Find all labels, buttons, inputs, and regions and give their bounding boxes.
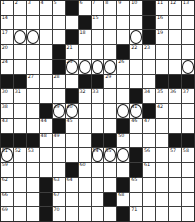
grid-cell[interactable] [169, 60, 181, 74]
grid-cell[interactable] [169, 193, 181, 207]
grid-cell[interactable] [53, 163, 65, 177]
black-cell [182, 134, 194, 148]
clue-number: 42 [157, 105, 163, 110]
grid-cell[interactable]: 33 [92, 89, 104, 103]
grid-cell[interactable]: 44 [40, 119, 52, 133]
grid-cell[interactable]: 58 [182, 148, 194, 162]
grid-cell[interactable] [169, 104, 181, 118]
grid-cell[interactable]: 28 [53, 75, 65, 89]
clue-number: 41 [131, 105, 137, 110]
grid-cell[interactable] [14, 104, 26, 118]
clue-number: 51 [2, 149, 8, 154]
grid-cell[interactable] [156, 119, 168, 133]
clue-number: 31 [15, 90, 21, 95]
grid-cell[interactable] [104, 16, 116, 30]
grid-cell[interactable] [53, 30, 65, 44]
clue-number: 10 [131, 1, 137, 6]
grid-cell[interactable] [156, 178, 168, 192]
grid-cell[interactable] [156, 193, 168, 207]
black-cell [1, 75, 13, 89]
grid-cell[interactable]: 54 [92, 148, 104, 162]
grid-cell[interactable] [130, 60, 142, 74]
black-cell [104, 134, 116, 148]
clue-number: 29 [105, 75, 111, 80]
grid-cell[interactable] [156, 45, 168, 59]
clue-number: 2 [15, 1, 18, 6]
grid-cell[interactable]: 36 [169, 89, 181, 103]
grid-cell[interactable] [182, 104, 194, 118]
clue-number: 49 [54, 134, 60, 139]
grid-cell[interactable]: 20 [1, 45, 13, 59]
grid-cell[interactable] [79, 45, 91, 59]
grid-cell[interactable]: 14 [1, 16, 13, 30]
grid-cell[interactable]: 41 [130, 104, 142, 118]
grid-cell[interactable] [14, 163, 26, 177]
grid-cell[interactable] [130, 134, 142, 148]
grid-cell[interactable] [79, 178, 91, 192]
grid-cell[interactable] [169, 16, 181, 30]
grid-cell[interactable] [66, 148, 78, 162]
grid-cell[interactable] [182, 193, 194, 207]
grid-cell[interactable] [14, 178, 26, 192]
black-cell [66, 89, 78, 103]
grid-cell[interactable] [27, 163, 39, 177]
clue-number: 57 [170, 149, 176, 154]
grid-cell[interactable] [27, 89, 39, 103]
grid-cell[interactable]: 37 [182, 89, 194, 103]
grid-cell[interactable] [156, 60, 168, 74]
clue-number: 63 [54, 178, 60, 183]
grid-cell[interactable] [182, 163, 194, 177]
clue-number: 17 [2, 31, 8, 36]
black-cell [143, 16, 155, 30]
grid-cell[interactable] [92, 104, 104, 118]
grid-cell[interactable]: 68 [117, 193, 129, 207]
grid-cell[interactable] [27, 207, 39, 221]
grid-cell[interactable] [66, 193, 78, 207]
clue-number: 22 [131, 46, 137, 51]
grid-cell[interactable] [156, 207, 168, 221]
grid-cell[interactable] [169, 30, 181, 44]
clue-number: 61 [144, 163, 150, 168]
clue-number: 19 [157, 31, 163, 36]
grid-cell[interactable]: 29 [104, 75, 116, 89]
grid-cell[interactable] [104, 104, 116, 118]
grid-cell[interactable] [143, 207, 155, 221]
grid-cell[interactable]: 13 [182, 1, 194, 15]
clue-number: 47 [144, 119, 150, 124]
grid-cell[interactable] [40, 89, 52, 103]
grid-cell[interactable]: 52 [14, 148, 26, 162]
grid-cell[interactable] [14, 193, 26, 207]
grid-cell[interactable] [66, 75, 78, 89]
clue-number: 71 [131, 208, 137, 213]
grid-cell[interactable]: 10 [130, 1, 142, 15]
black-cell [53, 60, 65, 74]
grid-cell[interactable] [104, 45, 116, 59]
grid-cell[interactable] [40, 60, 52, 74]
grid-cell[interactable] [92, 193, 104, 207]
grid-cell[interactable] [14, 45, 26, 59]
grid-cell[interactable] [117, 104, 129, 118]
grid-cell[interactable]: 42 [156, 104, 168, 118]
grid-cell[interactable]: 31 [14, 89, 26, 103]
grid-cell[interactable]: 62 [1, 178, 13, 192]
black-cell [66, 1, 78, 15]
black-cell [27, 134, 39, 148]
grid-cell[interactable] [27, 178, 39, 192]
clue-number: 15 [92, 16, 98, 21]
grid-cell[interactable] [117, 30, 129, 44]
black-cell [92, 134, 104, 148]
grid-cell[interactable] [14, 60, 26, 74]
grid-cell[interactable]: 26 [117, 60, 129, 74]
grid-cell[interactable]: 34 [143, 89, 155, 103]
black-cell [117, 45, 129, 59]
grid-cell[interactable]: 8 [104, 1, 116, 15]
grid-cell[interactable] [14, 16, 26, 30]
grid-cell[interactable] [143, 193, 155, 207]
grid-cell[interactable] [130, 75, 142, 89]
grid-cell[interactable] [92, 60, 104, 74]
grid-cell[interactable] [66, 207, 78, 221]
crossword-grid: 1234567891011121314151617181920212223242… [0, 0, 195, 222]
grid-cell[interactable]: 49 [53, 134, 65, 148]
grid-cell[interactable]: 48 [40, 134, 52, 148]
grid-cell[interactable]: 38 [1, 104, 13, 118]
clue-number: 67 [54, 193, 60, 198]
grid-cell[interactable] [27, 119, 39, 133]
grid-cell[interactable] [117, 16, 129, 30]
black-cell [104, 193, 116, 207]
grid-cell[interactable]: 63 [53, 178, 65, 192]
clue-number: 62 [2, 178, 8, 183]
grid-cell[interactable]: 53 [27, 148, 39, 162]
clue-number: 40 [66, 105, 72, 110]
grid-cell[interactable] [27, 16, 39, 30]
clue-number: 39 [54, 105, 60, 110]
grid-cell[interactable]: 50 [117, 134, 129, 148]
grid-cell[interactable] [143, 178, 155, 192]
grid-cell[interactable]: 18 [79, 30, 91, 44]
grid-cell[interactable]: 69 [1, 207, 13, 221]
clue-number: 1 [2, 1, 5, 6]
clue-number: 24 [2, 60, 8, 65]
clue-number: 38 [2, 105, 8, 110]
grid-cell[interactable] [182, 45, 194, 59]
black-cell [14, 75, 26, 89]
clue-number: 4 [41, 1, 44, 6]
clue-number: 64 [66, 178, 72, 183]
clue-number: 6 [79, 1, 82, 6]
black-cell [130, 148, 142, 162]
clue-number: 16 [157, 16, 163, 21]
grid-cell[interactable] [40, 16, 52, 30]
grid-cell[interactable] [92, 178, 104, 192]
grid-cell[interactable]: 35 [156, 89, 168, 103]
black-cell [79, 75, 91, 89]
black-cell [169, 134, 181, 148]
clue-number: 30 [2, 90, 8, 95]
grid-cell[interactable] [79, 60, 91, 74]
circle-marker [117, 148, 129, 162]
grid-cell[interactable] [14, 119, 26, 133]
grid-cell[interactable]: 51 [1, 148, 13, 162]
grid-cell[interactable] [156, 148, 168, 162]
grid-cell[interactable]: 60 [79, 163, 91, 177]
clue-number: 23 [144, 46, 150, 51]
grid-cell[interactable]: 9 [117, 1, 129, 15]
grid-cell[interactable]: 21 [66, 45, 78, 59]
grid-cell[interactable] [130, 16, 142, 30]
clue-number: 12 [170, 1, 176, 6]
grid-cell[interactable] [130, 193, 142, 207]
grid-cell[interactable] [40, 45, 52, 59]
grid-cell[interactable] [143, 60, 155, 74]
clue-number: 55 [105, 149, 111, 154]
grid-cell[interactable]: 56 [143, 148, 155, 162]
grid-cell[interactable]: 64 [66, 178, 78, 192]
grid-cell[interactable] [92, 207, 104, 221]
grid-cell[interactable] [169, 45, 181, 59]
clue-number: 43 [2, 119, 8, 124]
clue-number: 25 [66, 60, 72, 65]
grid-cell[interactable] [40, 30, 52, 44]
grid-cell[interactable] [66, 16, 78, 30]
circle-marker [182, 60, 194, 74]
grid-cell[interactable]: 5 [53, 1, 65, 15]
grid-cell[interactable] [14, 207, 26, 221]
black-cell [143, 30, 155, 44]
black-cell [1, 134, 13, 148]
clue-number: 32 [79, 90, 85, 95]
grid-cell[interactable]: 1 [1, 1, 13, 15]
black-cell [66, 163, 78, 177]
black-cell [117, 178, 129, 192]
grid-cell[interactable] [104, 178, 116, 192]
grid-cell[interactable] [53, 16, 65, 30]
clue-number: 50 [118, 134, 124, 139]
clue-number: 60 [79, 163, 85, 168]
grid-cell[interactable] [117, 163, 129, 177]
grid-cell[interactable] [169, 119, 181, 133]
grid-cell[interactable] [27, 45, 39, 59]
grid-cell[interactable] [92, 163, 104, 177]
grid-cell[interactable]: 23 [143, 45, 155, 59]
grid-cell[interactable] [182, 30, 194, 44]
black-cell [117, 119, 129, 133]
clue-number: 20 [2, 46, 8, 51]
clue-number: 9 [118, 1, 121, 6]
grid-cell[interactable] [182, 178, 194, 192]
grid-cell[interactable] [117, 75, 129, 89]
clue-number: 28 [54, 75, 60, 80]
grid-cell[interactable] [143, 134, 155, 148]
grid-cell[interactable]: 17 [1, 30, 13, 44]
grid-cell[interactable]: 15 [92, 16, 104, 30]
black-cell [143, 1, 155, 15]
black-cell [40, 207, 52, 221]
circle-marker [117, 104, 129, 118]
grid-cell[interactable]: 57 [169, 148, 181, 162]
grid-cell[interactable]: 65 [130, 178, 142, 192]
clue-number: 36 [170, 90, 176, 95]
clue-number: 65 [131, 178, 137, 183]
grid-cell[interactable] [27, 104, 39, 118]
clue-number: 70 [54, 208, 60, 213]
grid-cell[interactable]: 66 [1, 193, 13, 207]
grid-cell[interactable]: 16 [156, 16, 168, 30]
clue-number: 14 [2, 16, 8, 21]
clue-number: 34 [144, 90, 150, 95]
black-cell [40, 104, 52, 118]
grid-cell[interactable] [40, 75, 52, 89]
black-cell [156, 75, 168, 89]
clue-number: 26 [118, 60, 124, 65]
grid-cell[interactable] [79, 193, 91, 207]
black-cell [169, 75, 181, 89]
circle-marker [130, 30, 142, 44]
grid-cell[interactable] [104, 30, 116, 44]
grid-cell[interactable] [182, 119, 194, 133]
grid-cell[interactable] [92, 30, 104, 44]
clue-number: 18 [79, 31, 85, 36]
grid-cell[interactable]: 32 [79, 89, 91, 103]
grid-cell[interactable] [27, 60, 39, 74]
grid-cell[interactable]: 59 [1, 163, 13, 177]
grid-cell[interactable] [182, 16, 194, 30]
grid-cell[interactable]: 2 [14, 1, 26, 15]
black-cell [79, 16, 91, 30]
black-cell [53, 119, 65, 133]
clue-number: 46 [131, 119, 137, 124]
black-cell [14, 134, 26, 148]
grid-cell[interactable] [79, 207, 91, 221]
black-cell [66, 30, 78, 44]
circle-marker [14, 30, 26, 44]
grid-cell[interactable] [117, 148, 129, 162]
grid-cell[interactable]: 47 [143, 119, 155, 133]
grid-cell[interactable]: 25 [66, 60, 78, 74]
grid-cell[interactable]: 11 [156, 1, 168, 15]
clue-number: 68 [118, 193, 124, 198]
black-cell [130, 163, 142, 177]
clue-number: 58 [183, 149, 189, 154]
clue-number: 44 [41, 119, 47, 124]
grid-cell[interactable] [79, 119, 91, 133]
grid-cell[interactable] [169, 178, 181, 192]
grid-cell[interactable]: 19 [156, 30, 168, 44]
grid-cell[interactable] [156, 134, 168, 148]
grid-cell[interactable]: 55 [104, 148, 116, 162]
grid-cell[interactable]: 67 [53, 193, 65, 207]
grid-cell[interactable] [14, 30, 26, 44]
grid-cell[interactable] [79, 134, 91, 148]
grid-cell[interactable] [182, 207, 194, 221]
grid-cell[interactable]: 22 [130, 45, 142, 59]
grid-cell[interactable]: 70 [53, 207, 65, 221]
black-cell [53, 45, 65, 59]
grid-cell[interactable]: 45 [66, 119, 78, 133]
grid-cell[interactable] [53, 148, 65, 162]
black-cell [182, 75, 194, 89]
black-cell [92, 75, 104, 89]
circle-marker [104, 60, 116, 74]
grid-cell[interactable] [104, 207, 116, 221]
grid-cell[interactable]: 40 [66, 104, 78, 118]
grid-cell[interactable] [79, 148, 91, 162]
grid-cell[interactable]: 3 [27, 1, 39, 15]
grid-cell[interactable]: 39 [53, 104, 65, 118]
grid-cell[interactable]: 43 [1, 119, 13, 133]
grid-cell[interactable] [40, 163, 52, 177]
grid-cell[interactable] [53, 89, 65, 103]
clue-number: 8 [105, 1, 108, 6]
grid-cell[interactable] [40, 148, 52, 162]
clue-number: 45 [66, 119, 72, 124]
grid-cell[interactable]: 27 [27, 75, 39, 89]
clue-number: 66 [2, 193, 8, 198]
grid-cell[interactable]: 6 [79, 1, 91, 15]
clue-number: 5 [54, 1, 57, 6]
black-cell [117, 207, 129, 221]
grid-cell[interactable] [66, 134, 78, 148]
grid-cell[interactable]: 24 [1, 60, 13, 74]
clue-number: 27 [28, 75, 34, 80]
grid-cell[interactable]: 30 [1, 89, 13, 103]
clue-number: 3 [28, 1, 31, 6]
grid-cell[interactable] [104, 163, 116, 177]
clue-number: 48 [41, 134, 47, 139]
grid-cell[interactable] [117, 89, 129, 103]
grid-cell[interactable] [169, 207, 181, 221]
clue-number: 59 [2, 163, 8, 168]
grid-cell[interactable] [104, 60, 116, 74]
grid-cell[interactable]: 71 [130, 207, 142, 221]
clue-number: 56 [144, 149, 150, 154]
clue-number: 37 [183, 90, 189, 95]
grid-cell[interactable]: 7 [92, 1, 104, 15]
grid-cell[interactable]: 4 [40, 1, 52, 15]
black-cell [40, 178, 52, 192]
grid-cell[interactable] [27, 193, 39, 207]
clue-number: 53 [28, 149, 34, 154]
circle-marker [27, 30, 39, 44]
grid-cell[interactable] [169, 163, 181, 177]
grid-cell[interactable] [143, 75, 155, 89]
grid-cell[interactable] [92, 119, 104, 133]
circle-marker [79, 60, 91, 74]
grid-cell[interactable] [182, 60, 194, 74]
grid-cell[interactable] [104, 119, 116, 133]
grid-cell[interactable]: 12 [169, 1, 181, 15]
black-cell [40, 193, 52, 207]
grid-cell[interactable]: 46 [130, 119, 142, 133]
clue-number: 7 [92, 1, 95, 6]
grid-cell[interactable] [130, 30, 142, 44]
clue-number: 13 [183, 1, 189, 6]
grid-cell[interactable] [104, 89, 116, 103]
grid-cell[interactable] [79, 104, 91, 118]
clue-number: 21 [66, 46, 72, 51]
grid-cell[interactable] [27, 30, 39, 44]
black-cell [143, 104, 155, 118]
grid-cell[interactable]: 61 [143, 163, 155, 177]
clue-number: 33 [92, 90, 98, 95]
grid-cell[interactable] [156, 163, 168, 177]
grid-cell[interactable] [92, 45, 104, 59]
circle-marker [92, 60, 104, 74]
